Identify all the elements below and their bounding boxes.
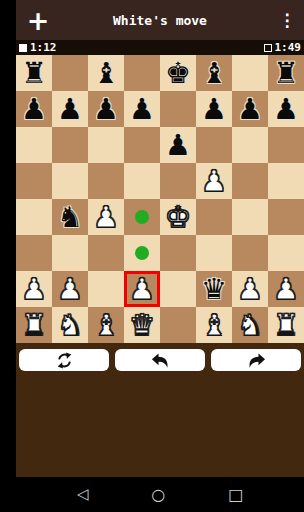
piece-black-bishop-f8: ♝ (201, 55, 227, 91)
piece-white-bishop-f1: ♝ (201, 307, 227, 343)
square-a8[interactable]: ♜ (16, 55, 52, 91)
square-g1[interactable]: ♞ (232, 307, 268, 343)
piece-black-pawn-e6: ♟ (165, 127, 191, 163)
black-clock: 1:49 (264, 42, 302, 53)
square-c6[interactable] (88, 127, 124, 163)
square-b3[interactable] (52, 235, 88, 271)
app-bar: + White's move ⋮ (16, 0, 304, 40)
square-b4[interactable]: ♞ (52, 199, 88, 235)
square-e4[interactable]: ♚ (160, 199, 196, 235)
plus-icon: + (27, 7, 50, 34)
square-g4[interactable] (232, 199, 268, 235)
white-clock-active-icon (19, 44, 27, 52)
redo-button[interactable] (211, 349, 301, 371)
piece-white-pawn-f5: ♟ (201, 163, 227, 199)
square-b6[interactable] (52, 127, 88, 163)
square-c4[interactable]: ♟ (88, 199, 124, 235)
square-d6[interactable] (124, 127, 160, 163)
square-f3[interactable] (196, 235, 232, 271)
square-h8[interactable]: ♜ (268, 55, 304, 91)
piece-black-knight-b4: ♞ (57, 199, 83, 235)
chess-app: + White's move ⋮ 1:12 1:49 ♜♝♚♝♜♟♟♟♟♟♟♟♟… (16, 0, 304, 512)
piece-black-pawn-f7: ♟ (201, 91, 227, 127)
square-h5[interactable] (268, 163, 304, 199)
white-clock: 1:12 (19, 42, 57, 53)
square-f2[interactable]: ♛ (196, 271, 232, 307)
piece-white-king-e4: ♚ (165, 199, 191, 235)
square-g8[interactable] (232, 55, 268, 91)
square-e2[interactable] (160, 271, 196, 307)
square-d7[interactable]: ♟ (124, 91, 160, 127)
square-d5[interactable] (124, 163, 160, 199)
piece-white-knight-b1: ♞ (57, 307, 83, 343)
overflow-menu-button[interactable]: ⋮ (270, 0, 304, 40)
rotate-icon (56, 352, 73, 369)
square-e1[interactable] (160, 307, 196, 343)
piece-white-pawn-c4: ♟ (93, 199, 119, 235)
piece-black-pawn-c7: ♟ (93, 91, 119, 127)
square-f5[interactable]: ♟ (196, 163, 232, 199)
clock-bar: 1:12 1:49 (16, 40, 304, 55)
square-b5[interactable] (52, 163, 88, 199)
square-g6[interactable] (232, 127, 268, 163)
square-h2[interactable]: ♟ (268, 271, 304, 307)
square-d2[interactable]: ♟ (124, 271, 160, 307)
redo-arrow-icon (247, 352, 266, 369)
square-h7[interactable]: ♟ (268, 91, 304, 127)
square-a6[interactable] (16, 127, 52, 163)
square-c3[interactable] (88, 235, 124, 271)
piece-black-pawn-g7: ♟ (237, 91, 263, 127)
square-f8[interactable]: ♝ (196, 55, 232, 91)
piece-black-king-e8: ♚ (165, 55, 191, 91)
move-hint-dot-d4[interactable] (135, 210, 149, 224)
piece-white-pawn-d2: ♟ (129, 271, 155, 307)
square-h3[interactable] (268, 235, 304, 271)
square-f4[interactable] (196, 199, 232, 235)
square-c8[interactable]: ♝ (88, 55, 124, 91)
piece-black-pawn-d7: ♟ (129, 91, 155, 127)
square-e7[interactable] (160, 91, 196, 127)
square-b7[interactable]: ♟ (52, 91, 88, 127)
square-d4[interactable] (124, 199, 160, 235)
black-clock-time: 1:49 (275, 42, 302, 53)
square-h1[interactable]: ♜ (268, 307, 304, 343)
square-e6[interactable]: ♟ (160, 127, 196, 163)
square-a5[interactable] (16, 163, 52, 199)
white-clock-time: 1:12 (30, 42, 57, 53)
piece-black-pawn-a7: ♟ (21, 91, 47, 127)
square-c2[interactable] (88, 271, 124, 307)
piece-black-pawn-b7: ♟ (57, 91, 83, 127)
square-h6[interactable] (268, 127, 304, 163)
piece-white-pawn-b2: ♟ (57, 271, 83, 307)
chess-board[interactable]: ♜♝♚♝♜♟♟♟♟♟♟♟♟♟♞♟♚♟♟♟♛♟♟♜♞♝♛♝♞♜ (16, 55, 304, 343)
square-e8[interactable]: ♚ (160, 55, 196, 91)
piece-black-pawn-h7: ♟ (273, 91, 299, 127)
piece-white-bishop-c1: ♝ (93, 307, 119, 343)
square-d1[interactable]: ♛ (124, 307, 160, 343)
move-hint-dot-d3[interactable] (135, 246, 149, 260)
square-b2[interactable]: ♟ (52, 271, 88, 307)
recents-icon[interactable]: □ (228, 487, 243, 503)
square-c1[interactable]: ♝ (88, 307, 124, 343)
square-f7[interactable]: ♟ (196, 91, 232, 127)
square-h4[interactable] (268, 199, 304, 235)
square-c7[interactable]: ♟ (88, 91, 124, 127)
square-e3[interactable] (160, 235, 196, 271)
controls-bar (16, 343, 304, 371)
back-icon[interactable]: ◁ (77, 487, 89, 502)
rotate-board-button[interactable] (19, 349, 109, 371)
undo-button[interactable] (115, 349, 205, 371)
square-b8[interactable] (52, 55, 88, 91)
piece-white-pawn-a2: ♟ (21, 271, 47, 307)
piece-white-pawn-g2: ♟ (237, 271, 263, 307)
square-a7[interactable]: ♟ (16, 91, 52, 127)
home-icon[interactable]: ○ (151, 487, 165, 503)
android-nav-bar: ◁ ○ □ (16, 477, 304, 512)
square-d8[interactable] (124, 55, 160, 91)
kebab-menu-icon: ⋮ (279, 10, 296, 31)
black-clock-icon (264, 44, 272, 52)
new-game-button[interactable]: + (16, 0, 60, 40)
square-a4[interactable] (16, 199, 52, 235)
piece-black-queen-f2: ♛ (201, 271, 227, 307)
square-d3[interactable] (124, 235, 160, 271)
background-area (16, 371, 304, 477)
piece-black-rook-a8: ♜ (21, 55, 47, 91)
piece-white-pawn-h2: ♟ (273, 271, 299, 307)
square-c5[interactable] (88, 163, 124, 199)
piece-white-rook-a1: ♜ (21, 307, 47, 343)
piece-white-knight-g1: ♞ (237, 307, 263, 343)
square-a2[interactable]: ♟ (16, 271, 52, 307)
square-e5[interactable] (160, 163, 196, 199)
undo-arrow-icon (151, 352, 170, 369)
square-f1[interactable]: ♝ (196, 307, 232, 343)
piece-white-rook-h1: ♜ (273, 307, 299, 343)
piece-black-bishop-c8: ♝ (93, 55, 119, 91)
square-f6[interactable] (196, 127, 232, 163)
square-b1[interactable]: ♞ (52, 307, 88, 343)
piece-black-rook-h8: ♜ (273, 55, 299, 91)
piece-white-queen-d1: ♛ (129, 307, 155, 343)
square-g5[interactable] (232, 163, 268, 199)
square-g7[interactable]: ♟ (232, 91, 268, 127)
square-a3[interactable] (16, 235, 52, 271)
square-a1[interactable]: ♜ (16, 307, 52, 343)
square-g2[interactable]: ♟ (232, 271, 268, 307)
square-g3[interactable] (232, 235, 268, 271)
